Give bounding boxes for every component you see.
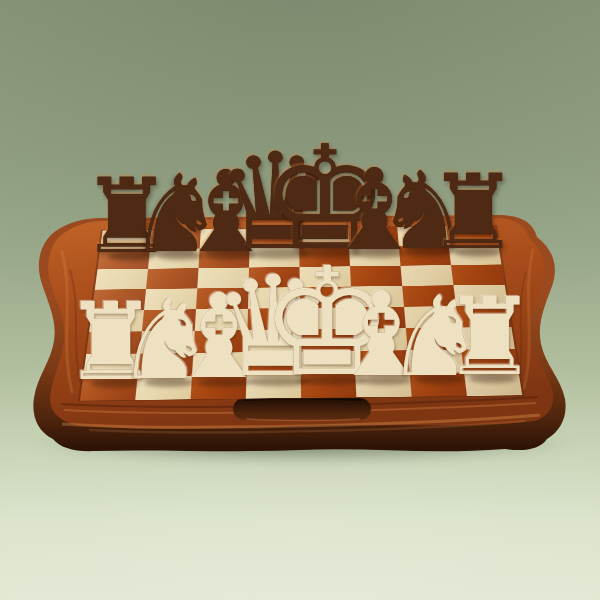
piece-black-rook[interactable]: ♜	[427, 161, 519, 264]
piece-white-rook[interactable]: ♜	[441, 284, 537, 391]
photo-scene: ♜♞♝♛♚♝♞♜♜♞♝♛♚♝♞♜	[0, 0, 600, 600]
